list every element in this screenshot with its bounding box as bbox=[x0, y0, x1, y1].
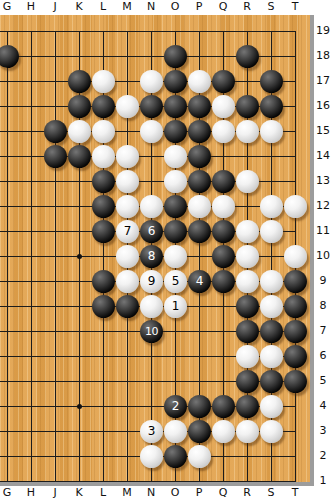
stone-black bbox=[236, 395, 259, 418]
stone-black bbox=[212, 245, 235, 268]
row-label: 18 bbox=[314, 49, 332, 63]
stone-black bbox=[92, 195, 115, 218]
stone-white bbox=[116, 170, 139, 193]
stone-white bbox=[236, 220, 259, 243]
column-label-bottom: S bbox=[262, 486, 280, 500]
stone-black-move-10: 10 bbox=[140, 320, 163, 343]
stone-black-move-4: 4 bbox=[188, 270, 211, 293]
stone-black bbox=[236, 95, 259, 118]
row-label: 13 bbox=[314, 174, 332, 188]
column-label-bottom: R bbox=[238, 486, 256, 500]
stone-white bbox=[140, 120, 163, 143]
column-label-bottom: T bbox=[286, 486, 304, 500]
stone-black bbox=[92, 220, 115, 243]
stone-white bbox=[116, 145, 139, 168]
stone-white bbox=[260, 345, 283, 368]
column-label-top: N bbox=[142, 0, 160, 14]
stone-black-move-6: 6 bbox=[140, 220, 163, 243]
stone-black bbox=[188, 220, 211, 243]
stone-black bbox=[68, 70, 91, 93]
stone-black bbox=[260, 320, 283, 343]
row-label: 2 bbox=[314, 449, 332, 463]
stone-white bbox=[92, 120, 115, 143]
stone-black bbox=[284, 320, 307, 343]
stone-black bbox=[260, 70, 283, 93]
column-label-bottom: O bbox=[166, 486, 184, 500]
stone-black bbox=[164, 195, 187, 218]
stone-black bbox=[212, 70, 235, 93]
row-label: 8 bbox=[314, 299, 332, 313]
stone-white bbox=[236, 270, 259, 293]
stone-black bbox=[164, 70, 187, 93]
stone-white bbox=[116, 270, 139, 293]
stone-white bbox=[212, 95, 235, 118]
stone-black bbox=[212, 270, 235, 293]
stone-black bbox=[236, 45, 259, 68]
stone-white bbox=[188, 445, 211, 468]
stone-white bbox=[92, 70, 115, 93]
stone-black bbox=[236, 295, 259, 318]
stone-white bbox=[140, 70, 163, 93]
stone-white bbox=[188, 195, 211, 218]
stone-white bbox=[236, 345, 259, 368]
stone-black bbox=[44, 120, 67, 143]
column-label-bottom: J bbox=[46, 486, 64, 500]
stone-black bbox=[188, 420, 211, 443]
column-label-top: T bbox=[286, 0, 304, 14]
row-label: 10 bbox=[314, 249, 332, 263]
column-label-top: R bbox=[238, 0, 256, 14]
column-label-top: O bbox=[166, 0, 184, 14]
row-label: 14 bbox=[314, 149, 332, 163]
row-label: 19 bbox=[314, 24, 332, 38]
row-label: 9 bbox=[314, 274, 332, 288]
column-label-bottom: K bbox=[70, 486, 88, 500]
stone-black bbox=[92, 295, 115, 318]
stone-black bbox=[164, 445, 187, 468]
stone-black bbox=[284, 270, 307, 293]
row-label: 11 bbox=[314, 224, 332, 238]
stone-black bbox=[236, 370, 259, 393]
column-label-top: P bbox=[190, 0, 208, 14]
stone-black bbox=[68, 95, 91, 118]
row-label: 17 bbox=[314, 74, 332, 88]
stone-white bbox=[164, 145, 187, 168]
column-label-bottom: N bbox=[142, 486, 160, 500]
stone-black bbox=[164, 220, 187, 243]
column-label-bottom: L bbox=[94, 486, 112, 500]
stone-white bbox=[260, 270, 283, 293]
stone-white bbox=[236, 245, 259, 268]
stone-black bbox=[44, 145, 67, 168]
row-label: 5 bbox=[314, 374, 332, 388]
column-label-top: Q bbox=[214, 0, 232, 14]
stone-black bbox=[164, 45, 187, 68]
grid-line bbox=[31, 31, 32, 482]
grid-line bbox=[0, 481, 296, 482]
stone-white bbox=[236, 420, 259, 443]
stone-black bbox=[284, 345, 307, 368]
stone-black bbox=[260, 370, 283, 393]
stone-black-move-8: 8 bbox=[140, 245, 163, 268]
stone-white bbox=[188, 70, 211, 93]
stone-white bbox=[140, 195, 163, 218]
stone-white bbox=[140, 295, 163, 318]
stone-black bbox=[212, 170, 235, 193]
stone-white bbox=[116, 245, 139, 268]
stone-black bbox=[92, 270, 115, 293]
stone-white bbox=[260, 420, 283, 443]
stone-black bbox=[284, 370, 307, 393]
column-label-top: L bbox=[94, 0, 112, 14]
column-label-top: J bbox=[46, 0, 64, 14]
stone-black bbox=[260, 95, 283, 118]
stone-white bbox=[260, 395, 283, 418]
stone-black bbox=[212, 220, 235, 243]
stone-black bbox=[92, 95, 115, 118]
stone-white bbox=[164, 245, 187, 268]
stone-white bbox=[68, 120, 91, 143]
stone-black bbox=[236, 320, 259, 343]
stone-white bbox=[236, 120, 259, 143]
stone-white bbox=[116, 95, 139, 118]
stone-white bbox=[260, 220, 283, 243]
stone-black bbox=[188, 145, 211, 168]
column-label-top: G bbox=[0, 0, 16, 14]
stone-white-move-9: 9 bbox=[140, 270, 163, 293]
star-point bbox=[77, 404, 82, 409]
stone-white bbox=[260, 195, 283, 218]
row-label: 16 bbox=[314, 99, 332, 113]
stone-black bbox=[92, 170, 115, 193]
row-label: 1 bbox=[314, 474, 332, 488]
row-label: 7 bbox=[314, 324, 332, 338]
stone-black bbox=[140, 95, 163, 118]
stone-white bbox=[284, 245, 307, 268]
stone-black bbox=[164, 120, 187, 143]
stone-white-move-7: 7 bbox=[116, 220, 139, 243]
column-label-bottom: Q bbox=[214, 486, 232, 500]
grid-line bbox=[7, 31, 8, 482]
stone-white bbox=[236, 170, 259, 193]
stone-white bbox=[212, 420, 235, 443]
row-label: 3 bbox=[314, 424, 332, 438]
column-label-top: S bbox=[262, 0, 280, 14]
column-label-bottom: G bbox=[0, 486, 16, 500]
row-label: 4 bbox=[314, 399, 332, 413]
stone-black bbox=[188, 395, 211, 418]
column-label-bottom: P bbox=[190, 486, 208, 500]
row-label: 12 bbox=[314, 199, 332, 213]
grid-line bbox=[0, 31, 296, 32]
column-label-bottom: H bbox=[22, 486, 40, 500]
stone-white bbox=[260, 295, 283, 318]
stone-black bbox=[188, 170, 211, 193]
star-point bbox=[77, 254, 82, 259]
row-label: 15 bbox=[314, 124, 332, 138]
stone-white bbox=[92, 145, 115, 168]
stone-white bbox=[284, 195, 307, 218]
stone-white bbox=[164, 170, 187, 193]
stone-black bbox=[284, 295, 307, 318]
stone-black-move-2: 2 bbox=[164, 395, 187, 418]
kifu-diagram: GGHHJJKKLLMMNNOOPPQQRRSSTT19181716151413… bbox=[0, 0, 332, 500]
row-label: 6 bbox=[314, 349, 332, 363]
column-label-top: H bbox=[22, 0, 40, 14]
stone-white bbox=[212, 195, 235, 218]
stone-white bbox=[116, 195, 139, 218]
stone-white bbox=[140, 445, 163, 468]
column-label-bottom: M bbox=[118, 486, 136, 500]
stone-white-move-3: 3 bbox=[140, 420, 163, 443]
grid-line bbox=[55, 31, 56, 482]
column-label-top: M bbox=[118, 0, 136, 14]
stone-white bbox=[260, 120, 283, 143]
stone-black bbox=[164, 95, 187, 118]
stone-white-move-5: 5 bbox=[164, 270, 187, 293]
stone-black bbox=[188, 95, 211, 118]
stone-white-move-1: 1 bbox=[164, 295, 187, 318]
stone-white bbox=[212, 120, 235, 143]
stone-white bbox=[164, 420, 187, 443]
stone-black bbox=[116, 295, 139, 318]
stone-black bbox=[212, 395, 235, 418]
stone-black bbox=[188, 120, 211, 143]
stone-black bbox=[68, 145, 91, 168]
column-label-top: K bbox=[70, 0, 88, 14]
